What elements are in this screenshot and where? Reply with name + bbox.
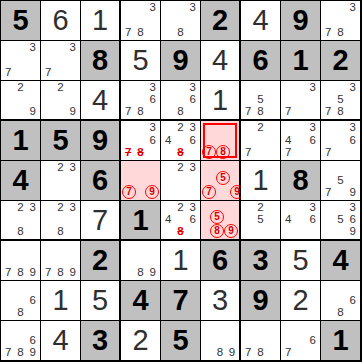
cell-r3c2[interactable]: 29 — [41, 81, 81, 121]
candidate-3: 3 — [147, 122, 159, 134]
candidate-8-highlighted: 8 — [216, 145, 230, 159]
candidate-8: 8 — [14, 307, 26, 319]
candidate-grid: 3569 — [322, 202, 359, 238]
cell-r3c1[interactable]: 29 — [1, 81, 41, 121]
cell-r8c6[interactable]: 3 — [201, 281, 241, 321]
cell-r8c8[interactable]: 2 — [281, 281, 321, 321]
given-digit-9: 9 — [92, 126, 108, 155]
candidate-2: 2 — [54, 162, 66, 174]
cell-r8c2[interactable]: 1 — [41, 281, 81, 321]
cell-r1c4[interactable]: 378 — [121, 1, 161, 41]
candidate-grid: 3467 — [282, 122, 319, 159]
candidate-6: 6 — [27, 334, 39, 346]
candidate-4: 4 — [282, 214, 294, 226]
cell-r9c9[interactable]: 1 — [321, 321, 361, 361]
candidate-grid: 3678 — [122, 122, 159, 159]
solved-digit-5: 5 — [292, 246, 308, 275]
cell-r5c3[interactable]: 6 — [81, 161, 121, 201]
cell-r4c7[interactable]: 27 — [241, 121, 281, 161]
cell-r2c6[interactable]: 4 — [201, 41, 241, 81]
candidate-grid: 89 — [122, 242, 159, 279]
candidate-4: 4 — [282, 134, 294, 146]
candidate-7: 7 — [42, 267, 54, 279]
cell-r5c4[interactable]: 79 — [121, 161, 161, 201]
given-digit-5: 5 — [172, 326, 188, 355]
candidate-7: 7 — [282, 347, 294, 359]
candidate-grid: 37 — [2, 42, 39, 79]
candidate-6: 6 — [147, 134, 159, 146]
candidate-3: 3 — [147, 2, 159, 14]
candidate-5: 5 — [334, 214, 346, 226]
candidate-3: 3 — [67, 42, 79, 54]
candidate-5-highlighted: 5 — [216, 171, 230, 185]
candidate-7: 7 — [322, 187, 334, 199]
candidate-grid: 38 — [162, 2, 199, 39]
candidate-9: 9 — [67, 106, 79, 118]
candidate-8: 8 — [14, 347, 26, 359]
candidate-grid: 378 — [322, 2, 359, 39]
candidate-3: 3 — [347, 2, 359, 14]
candidate-grid: 238 — [2, 202, 39, 238]
candidate-4: 4 — [162, 214, 174, 226]
candidate-8: 8 — [334, 27, 346, 39]
candidate-6: 6 — [307, 214, 319, 226]
candidate-9-highlighted: 9 — [224, 224, 238, 238]
candidate-8-eliminated: 8 — [174, 147, 186, 159]
cell-r4c9[interactable]: 367 — [321, 121, 361, 161]
candidate-6: 6 — [347, 134, 359, 146]
cell-r6c8[interactable]: 346 — [281, 201, 321, 241]
candidate-3: 3 — [67, 202, 79, 214]
cell-r9c6[interactable]: 89 — [201, 321, 241, 361]
candidate-grid: 25 — [242, 202, 279, 238]
candidate-7-highlighted: 7 — [122, 185, 136, 199]
solved-digit-6: 6 — [52, 6, 68, 35]
candidate-3: 3 — [307, 202, 319, 214]
solved-digit-4: 4 — [212, 46, 228, 75]
cell-r7c9[interactable]: 4 — [321, 241, 361, 281]
candidate-7-highlighted: 7 — [202, 185, 216, 199]
candidate-8: 8 — [14, 267, 26, 279]
cell-r7c6[interactable]: 6 — [201, 241, 241, 281]
cell-r1c1[interactable]: 5 — [1, 1, 41, 41]
cell-r5c5[interactable]: 23 — [161, 161, 201, 201]
cell-r2c2[interactable]: 37 — [41, 41, 81, 81]
cell-r4c2[interactable]: 5 — [41, 121, 81, 161]
cell-r3c7[interactable]: 578 — [241, 81, 281, 121]
cell-r7c7[interactable]: 3 — [241, 241, 281, 281]
given-digit-6: 6 — [92, 166, 108, 195]
candidate-7: 7 — [242, 106, 254, 118]
cell-r2c5[interactable]: 9 — [161, 41, 201, 81]
candidate-7: 7 — [2, 347, 14, 359]
candidate-9: 9 — [147, 267, 159, 279]
given-digit-5: 5 — [12, 6, 28, 35]
candidate-2: 2 — [254, 122, 266, 134]
candidate-grid: 89 — [202, 322, 238, 359]
candidate-grid: 79 — [122, 162, 159, 199]
candidate-3: 3 — [187, 202, 199, 214]
cell-r1c2[interactable]: 6 — [41, 1, 81, 41]
given-digit-1: 1 — [132, 206, 148, 235]
candidate-8: 8 — [54, 267, 66, 279]
given-digit-1: 1 — [292, 46, 308, 75]
candidate-7: 7 — [282, 147, 294, 159]
candidate-3: 3 — [187, 2, 199, 14]
candidate-9: 9 — [226, 347, 238, 359]
cell-r2c4[interactable]: 5 — [121, 41, 161, 81]
candidate-2: 2 — [254, 202, 266, 214]
given-digit-4: 4 — [332, 246, 348, 275]
candidate-7: 7 — [242, 147, 254, 159]
cell-r4c6[interactable]: 78 — [201, 121, 241, 161]
candidate-grid: 37 — [282, 82, 319, 118]
candidate-6: 6 — [187, 94, 199, 106]
cell-r9c4[interactable]: 2 — [121, 321, 161, 361]
candidate-3: 3 — [307, 122, 319, 134]
cell-r3c6[interactable]: 1 — [201, 81, 241, 121]
cell-r1c3[interactable]: 1 — [81, 1, 121, 41]
given-digit-6: 6 — [212, 246, 228, 275]
solved-digit-3: 3 — [212, 286, 228, 315]
candidate-5-highlighted: 5 — [210, 210, 224, 224]
cell-r9c7[interactable]: 78 — [241, 321, 281, 361]
cell-r4c4[interactable]: 3678 — [121, 121, 161, 161]
cell-r5c7[interactable]: 1 — [241, 161, 281, 201]
given-digit-5: 5 — [52, 126, 68, 155]
candidate-3: 3 — [187, 162, 199, 174]
given-digit-9: 9 — [292, 6, 308, 35]
candidate-3: 3 — [67, 162, 79, 174]
candidate-5: 5 — [334, 94, 346, 106]
candidate-2: 2 — [174, 162, 186, 174]
cell-r7c5[interactable]: 1 — [161, 241, 201, 281]
candidate-9: 9 — [67, 267, 79, 279]
candidate-6: 6 — [187, 134, 199, 146]
cell-r9c3[interactable]: 3 — [81, 321, 121, 361]
cell-r8c3[interactable]: 5 — [81, 281, 121, 321]
candidate-grid: 29 — [42, 82, 79, 118]
candidate-grid: 579 — [322, 162, 359, 199]
given-digit-1: 1 — [332, 326, 348, 355]
candidate-grid: 3678 — [122, 82, 159, 118]
candidate-grid: 68 — [2, 282, 39, 319]
cell-r6c2[interactable]: 238 — [41, 201, 81, 241]
cell-r8c5[interactable]: 7 — [161, 281, 201, 321]
given-digit-1: 1 — [12, 126, 28, 155]
given-digit-3: 3 — [92, 326, 108, 355]
given-digit-7: 7 — [172, 286, 188, 315]
candidate-grid: 789 — [42, 242, 79, 279]
solved-digit-7: 7 — [92, 206, 108, 235]
candidate-7-highlighted: 7 — [202, 145, 216, 159]
cell-r6c3[interactable]: 7 — [81, 201, 121, 241]
solved-digit-2: 2 — [132, 326, 148, 355]
candidate-6: 6 — [307, 134, 319, 146]
candidate-6: 6 — [147, 94, 159, 106]
solved-digit-4: 4 — [92, 86, 108, 115]
candidate-grid: 6789 — [2, 322, 39, 359]
candidate-7: 7 — [322, 147, 334, 159]
given-digit-9: 9 — [252, 286, 268, 315]
cell-r8c7[interactable]: 9 — [241, 281, 281, 321]
candidate-3: 3 — [27, 202, 39, 214]
candidate-8: 8 — [174, 27, 186, 39]
candidate-grid: 578 — [242, 82, 279, 118]
cell-r9c5[interactable]: 5 — [161, 321, 201, 361]
candidate-8: 8 — [54, 226, 66, 238]
cell-r2c1[interactable]: 37 — [1, 41, 41, 81]
cell-r7c3[interactable]: 2 — [81, 241, 121, 281]
cell-r6c9[interactable]: 3569 — [321, 201, 361, 241]
candidate-9: 9 — [27, 347, 39, 359]
candidate-9: 9 — [347, 226, 359, 238]
cell-r8c9[interactable]: 68 — [321, 281, 361, 321]
candidate-3: 3 — [307, 82, 319, 94]
cell-r3c9[interactable]: 3578 — [321, 81, 361, 121]
cell-r4c3[interactable]: 9 — [81, 121, 121, 161]
candidate-grid: 29 — [2, 82, 39, 118]
candidate-3: 3 — [347, 82, 359, 94]
cell-r6c7[interactable]: 25 — [241, 201, 281, 241]
candidate-2: 2 — [14, 82, 26, 94]
candidate-3: 3 — [187, 122, 199, 134]
candidate-4: 4 — [162, 134, 174, 146]
cell-r4c5[interactable]: 23468 — [161, 121, 201, 161]
cell-r3c4[interactable]: 3678 — [121, 81, 161, 121]
cell-r7c1[interactable]: 789 — [1, 241, 41, 281]
candidate-5: 5 — [334, 174, 346, 186]
candidate-grid: 78 — [202, 122, 238, 159]
candidate-6: 6 — [347, 214, 359, 226]
given-digit-6: 6 — [252, 46, 268, 75]
candidate-2: 2 — [14, 202, 26, 214]
candidate-9: 9 — [347, 187, 359, 199]
cell-r4c8[interactable]: 3467 — [281, 121, 321, 161]
solved-digit-2: 2 — [292, 286, 308, 315]
cell-r1c8[interactable]: 9 — [281, 1, 321, 41]
candidate-3: 3 — [27, 42, 39, 54]
cell-r2c7[interactable]: 6 — [241, 41, 281, 81]
cell-r7c8[interactable]: 5 — [281, 241, 321, 281]
candidate-8: 8 — [134, 106, 146, 118]
cell-r6c4[interactable]: 1 — [121, 201, 161, 241]
candidate-7: 7 — [2, 67, 14, 79]
candidate-grid: 3578 — [322, 82, 359, 118]
cell-r1c7[interactable]: 4 — [241, 1, 281, 41]
cell-r5c2[interactable]: 23 — [41, 161, 81, 201]
candidate-grid: 23468 — [162, 202, 199, 238]
cell-r5c9[interactable]: 579 — [321, 161, 361, 201]
candidate-6: 6 — [187, 214, 199, 226]
candidate-grid: 789 — [2, 242, 39, 279]
candidate-6: 6 — [347, 294, 359, 306]
candidate-8-eliminated: 8 — [174, 226, 186, 238]
solved-digit-1: 1 — [172, 246, 188, 275]
candidate-8: 8 — [174, 106, 186, 118]
candidate-7: 7 — [282, 106, 294, 118]
cell-r1c5[interactable]: 38 — [161, 1, 201, 41]
cell-r4c1[interactable]: 1 — [1, 121, 41, 161]
cell-r7c2[interactable]: 789 — [41, 241, 81, 281]
solved-digit-1: 1 — [92, 6, 108, 35]
cell-r1c9[interactable]: 378 — [321, 1, 361, 41]
candidate-8-highlighted: 8 — [210, 224, 224, 238]
cell-r7c4[interactable]: 89 — [121, 241, 161, 281]
candidate-3: 3 — [347, 122, 359, 134]
candidate-grid: 68 — [322, 282, 359, 319]
given-digit-8: 8 — [92, 46, 108, 75]
solved-digit-1: 1 — [252, 166, 268, 195]
candidate-7: 7 — [42, 67, 54, 79]
cell-r9c8[interactable]: 67 — [281, 321, 321, 361]
candidate-8-eliminated: 8 — [134, 147, 146, 159]
candidate-grid: 23 — [162, 162, 199, 199]
candidate-grid: 23468 — [162, 122, 199, 159]
given-digit-2: 2 — [92, 246, 108, 275]
candidate-6: 6 — [307, 334, 319, 346]
candidate-7: 7 — [322, 106, 334, 118]
candidate-8: 8 — [334, 307, 346, 319]
cell-r5c6[interactable]: 579 — [201, 161, 241, 201]
candidate-grid: 368 — [162, 82, 199, 118]
cell-r9c2[interactable]: 4 — [41, 321, 81, 361]
candidate-7: 7 — [242, 347, 254, 359]
cell-r5c8[interactable]: 8 — [281, 161, 321, 201]
cell-r6c5[interactable]: 23468 — [161, 201, 201, 241]
candidate-8: 8 — [134, 27, 146, 39]
given-digit-3: 3 — [252, 246, 268, 275]
candidate-2: 2 — [174, 122, 186, 134]
cell-r2c9[interactable]: 2 — [321, 41, 361, 81]
candidate-grid: 238 — [42, 202, 79, 238]
candidate-grid: 67 — [282, 322, 319, 359]
solved-digit-5: 5 — [132, 46, 148, 75]
candidate-grid: 23 — [42, 162, 79, 199]
given-digit-8: 8 — [292, 166, 308, 195]
cell-r8c1[interactable]: 68 — [1, 281, 41, 321]
given-digit-9: 9 — [172, 46, 188, 75]
candidate-5: 5 — [254, 94, 266, 106]
cell-r3c8[interactable]: 37 — [281, 81, 321, 121]
candidate-8: 8 — [14, 226, 26, 238]
candidate-2: 2 — [54, 202, 66, 214]
candidate-2: 2 — [174, 202, 186, 214]
cell-r6c6[interactable]: 589 — [201, 201, 241, 241]
candidate-7: 7 — [122, 27, 134, 39]
candidate-grid: 27 — [242, 122, 279, 159]
candidate-7-eliminated: 7 — [122, 147, 134, 159]
candidate-8: 8 — [334, 106, 346, 118]
candidate-grid: 589 — [202, 202, 238, 238]
candidate-3: 3 — [347, 202, 359, 214]
candidate-7: 7 — [322, 27, 334, 39]
candidate-5: 5 — [254, 214, 266, 226]
candidate-grid: 37 — [42, 42, 79, 79]
cell-r1c6[interactable]: 2 — [201, 1, 241, 41]
cell-r8c4[interactable]: 4 — [121, 281, 161, 321]
candidate-8: 8 — [254, 106, 266, 118]
given-digit-4: 4 — [12, 166, 28, 195]
candidate-7: 7 — [2, 267, 14, 279]
candidate-7: 7 — [122, 106, 134, 118]
cell-r3c5[interactable]: 368 — [161, 81, 201, 121]
given-digit-4: 4 — [132, 286, 148, 315]
candidate-grid: 378 — [122, 2, 159, 39]
candidate-8: 8 — [214, 347, 226, 359]
cell-r5c1[interactable]: 4 — [1, 161, 41, 201]
candidate-9-highlighted: 9 — [145, 185, 159, 199]
cell-r9c1[interactable]: 6789 — [1, 321, 41, 361]
candidate-3: 3 — [147, 82, 159, 94]
candidate-3: 3 — [187, 82, 199, 94]
solved-digit-5: 5 — [92, 286, 108, 315]
cell-r2c8[interactable]: 1 — [281, 41, 321, 81]
cell-r3c3[interactable]: 4 — [81, 81, 121, 121]
candidate-8: 8 — [254, 347, 266, 359]
cell-r2c3[interactable]: 8 — [81, 41, 121, 81]
candidate-6: 6 — [27, 294, 39, 306]
given-digit-2: 2 — [332, 46, 348, 75]
solved-digit-4: 4 — [252, 6, 268, 35]
cell-r6c1[interactable]: 238 — [1, 201, 41, 241]
solved-digit-4: 4 — [52, 326, 68, 355]
candidate-9: 9 — [27, 267, 39, 279]
sudoku-board: 5613783824937837378594612292943678368157… — [0, 0, 362, 362]
candidate-8: 8 — [134, 267, 146, 279]
candidate-grid: 346 — [282, 202, 319, 238]
candidate-grid: 579 — [202, 162, 238, 199]
candidate-grid: 367 — [322, 122, 359, 159]
candidate-9: 9 — [27, 106, 39, 118]
solved-digit-1: 1 — [52, 286, 68, 315]
candidate-grid: 78 — [242, 322, 279, 359]
given-digit-2: 2 — [212, 6, 228, 35]
candidate-2: 2 — [54, 82, 66, 94]
solved-digit-1: 1 — [212, 86, 228, 115]
